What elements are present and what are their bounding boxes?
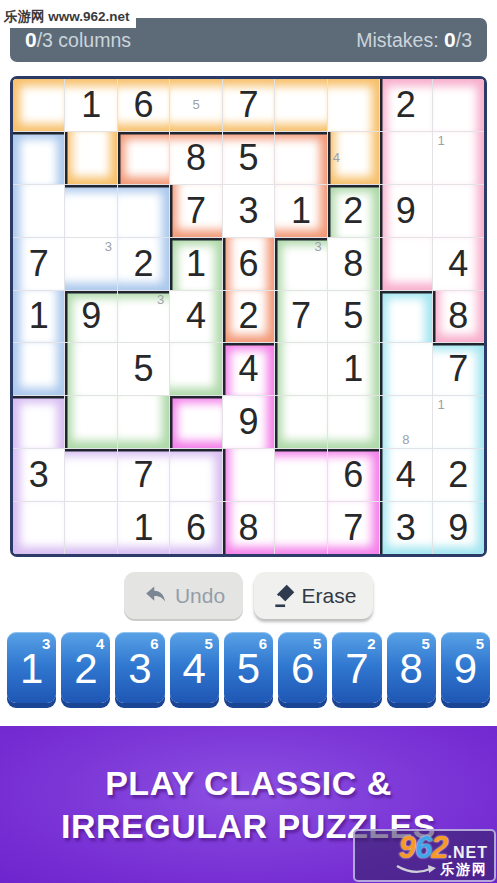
cell-r2c4[interactable]: 8 <box>170 132 221 184</box>
given-digit: 7 <box>448 351 468 387</box>
pencil-mark: 3 <box>152 291 169 308</box>
given-digit: 4 <box>238 351 258 387</box>
cell-r3c9[interactable] <box>433 185 484 237</box>
cell-r3c2[interactable] <box>65 185 116 237</box>
eraser-icon <box>271 583 297 609</box>
cell-r5c6[interactable]: 7 <box>275 291 326 343</box>
pencil-mark: 4 <box>328 149 345 166</box>
given-digit: 1 <box>81 87 101 123</box>
columns-progress-suffix: /3 columns <box>37 29 131 51</box>
cell-r1c6[interactable] <box>275 79 326 131</box>
numpad-remaining-count: 4 <box>96 635 104 652</box>
cell-r9c5[interactable]: 8 <box>223 502 274 554</box>
cell-r4c7[interactable]: 8 <box>328 238 379 290</box>
cell-r3c8[interactable]: 9 <box>380 185 431 237</box>
cell-r4c4[interactable]: 1 <box>170 238 221 290</box>
given-digit: 9 <box>81 298 101 334</box>
cell-r7c2[interactable] <box>65 396 116 448</box>
given-digit: 9 <box>238 404 258 440</box>
mistakes-suffix: /3 <box>456 29 472 51</box>
numpad-8-button[interactable]: 85 <box>387 632 436 703</box>
given-digit: 4 <box>186 298 206 334</box>
cell-r4c1[interactable]: 7 <box>13 238 64 290</box>
cell-r6c9[interactable]: 7 <box>433 343 484 395</box>
given-digit: 7 <box>134 457 154 493</box>
cell-r3c3[interactable] <box>118 185 169 237</box>
cell-r5c7[interactable]: 5 <box>328 291 379 343</box>
given-digit: 7 <box>186 193 206 229</box>
cell-r3c6[interactable]: 1 <box>275 185 326 237</box>
cell-r9c8[interactable]: 3 <box>380 502 431 554</box>
cell-r9c9[interactable]: 9 <box>433 502 484 554</box>
swoosh-arrow-icon <box>395 863 437 876</box>
cell-r6c7[interactable]: 1 <box>328 343 379 395</box>
cell-r5c9[interactable]: 8 <box>433 291 484 343</box>
given-digit: 2 <box>238 298 258 334</box>
given-digit: 7 <box>291 298 311 334</box>
cell-r9c2[interactable] <box>65 502 116 554</box>
cell-r7c7[interactable] <box>328 396 379 448</box>
undo-icon <box>142 582 170 610</box>
numpad-remaining-count: 5 <box>313 635 321 652</box>
given-digit: 5 <box>343 298 363 334</box>
cell-r8c5[interactable] <box>223 449 274 501</box>
cell-r4c6[interactable]: 3 <box>275 238 326 290</box>
cell-r8c1[interactable]: 3 <box>13 449 64 501</box>
undo-button[interactable]: Undo <box>124 572 243 619</box>
columns-progress: 0/3 columns <box>25 28 131 52</box>
watermark-badge: 962.NET 乐游网 <box>353 829 496 882</box>
cell-r2c7[interactable]: 4 <box>328 132 379 184</box>
cell-r6c8[interactable] <box>380 343 431 395</box>
cell-r2c8[interactable] <box>380 132 431 184</box>
numpad-remaining-count: 6 <box>150 635 158 652</box>
erase-label: Erase <box>302 585 357 606</box>
cell-r4c8[interactable] <box>380 238 431 290</box>
given-digit: 9 <box>396 193 416 229</box>
cell-r7c5[interactable]: 9 <box>223 396 274 448</box>
cell-r1c7[interactable] <box>328 79 379 131</box>
given-digit: 6 <box>186 510 206 546</box>
cell-r9c1[interactable] <box>13 502 64 554</box>
given-digit: 4 <box>448 246 468 282</box>
cell-r1c4[interactable]: 5 <box>170 79 221 131</box>
cell-r6c3[interactable]: 5 <box>118 343 169 395</box>
cell-r2c9[interactable]: 1 <box>433 132 484 184</box>
cell-r5c8[interactable] <box>380 291 431 343</box>
sudoku-grid: 1657285417312973216384193427585417981376… <box>13 79 484 554</box>
number-pad: 132436455665728595 <box>0 632 497 703</box>
given-digit: 2 <box>448 457 468 493</box>
cell-r8c2[interactable] <box>65 449 116 501</box>
given-digit: 1 <box>186 246 206 282</box>
numpad-9-button[interactable]: 95 <box>441 632 490 703</box>
cell-r5c2[interactable]: 9 <box>65 291 116 343</box>
badge-site-name: 乐游网 <box>440 862 488 877</box>
given-digit: 1 <box>29 298 49 334</box>
cell-r6c4[interactable] <box>170 343 221 395</box>
given-digit: 4 <box>396 457 416 493</box>
given-digit: 3 <box>238 193 258 229</box>
cell-r2c5[interactable]: 5 <box>223 132 274 184</box>
cell-r9c6[interactable] <box>275 502 326 554</box>
given-digit: 6 <box>238 246 258 282</box>
cell-r5c3[interactable]: 3 <box>118 291 169 343</box>
given-digit: 6 <box>134 87 154 123</box>
given-digit: 7 <box>29 246 49 282</box>
cell-r6c1[interactable] <box>13 343 64 395</box>
undo-label: Undo <box>175 585 225 606</box>
erase-button[interactable]: Erase <box>254 572 373 619</box>
given-digit: 7 <box>238 87 258 123</box>
cell-r8c4[interactable] <box>170 449 221 501</box>
numpad-remaining-count: 5 <box>421 635 429 652</box>
cell-r7c6[interactable] <box>275 396 326 448</box>
cell-r8c6[interactable] <box>275 449 326 501</box>
given-digit: 1 <box>343 351 363 387</box>
cell-r3c7[interactable]: 2 <box>328 185 379 237</box>
cell-r2c3[interactable] <box>118 132 169 184</box>
cell-r7c1[interactable] <box>13 396 64 448</box>
pencil-mark: 8 <box>397 431 414 448</box>
cell-r3c1[interactable] <box>13 185 64 237</box>
numpad-2-button[interactable]: 24 <box>61 632 110 703</box>
badge-tld: .NET <box>448 844 488 862</box>
cell-r3c4[interactable]: 7 <box>170 185 221 237</box>
cell-r7c3[interactable] <box>118 396 169 448</box>
cell-r6c5[interactable]: 4 <box>223 343 274 395</box>
numpad-remaining-count: 6 <box>259 635 267 652</box>
cell-r2c2[interactable] <box>65 132 116 184</box>
cell-r1c9[interactable] <box>433 79 484 131</box>
numpad-5-button[interactable]: 56 <box>224 632 273 703</box>
cell-r8c8[interactable]: 4 <box>380 449 431 501</box>
given-digit: 3 <box>29 457 49 493</box>
promo-banner[interactable]: PLAY CLASSIC & IRREGULAR PUZZLES 962.NET… <box>0 726 497 883</box>
cell-r1c2[interactable]: 1 <box>65 79 116 131</box>
given-digit: 8 <box>186 140 206 176</box>
numpad-1-button[interactable]: 13 <box>7 632 56 703</box>
cell-r1c3[interactable]: 6 <box>118 79 169 131</box>
pencil-mark: 1 <box>433 132 450 149</box>
cell-r9c3[interactable]: 1 <box>118 502 169 554</box>
cell-r3c5[interactable]: 3 <box>223 185 274 237</box>
cell-r1c5[interactable]: 7 <box>223 79 274 131</box>
cell-r2c1[interactable] <box>13 132 64 184</box>
given-digit: 7 <box>343 510 363 546</box>
given-digit: 2 <box>396 87 416 123</box>
given-digit: 2 <box>134 246 154 282</box>
given-digit: 8 <box>343 246 363 282</box>
given-digit: 8 <box>448 298 468 334</box>
given-digit: 1 <box>134 510 154 546</box>
pencil-mark: 1 <box>433 396 450 413</box>
cell-r8c3[interactable]: 7 <box>118 449 169 501</box>
cell-r6c6[interactable] <box>275 343 326 395</box>
cell-r4c3[interactable]: 2 <box>118 238 169 290</box>
numpad-3-button[interactable]: 36 <box>115 632 164 703</box>
pencil-mark: 3 <box>100 238 117 255</box>
given-digit: 5 <box>134 351 154 387</box>
numpad-remaining-count: 2 <box>367 635 375 652</box>
numpad-remaining-count: 5 <box>476 635 484 652</box>
pencil-mark: 3 <box>309 238 326 255</box>
columns-progress-value: 0 <box>25 28 37 51</box>
sudoku-board: 1657285417312973216384193427585417981376… <box>10 76 487 557</box>
cell-r5c1[interactable]: 1 <box>13 291 64 343</box>
banner-line1: PLAY CLASSIC & <box>105 762 392 805</box>
cell-r7c9[interactable]: 1 <box>433 396 484 448</box>
given-digit: 3 <box>396 510 416 546</box>
cell-r8c9[interactable]: 2 <box>433 449 484 501</box>
badge-site-row: 乐游网 <box>395 862 488 877</box>
cell-r4c9[interactable]: 4 <box>433 238 484 290</box>
watermark-site-text: 乐游网 www.962.net <box>4 7 136 28</box>
given-digit: 2 <box>343 193 363 229</box>
cell-r1c8[interactable]: 2 <box>380 79 431 131</box>
mistakes-counter: Mistakes: 0/3 <box>356 28 472 52</box>
cell-r4c2[interactable]: 3 <box>65 238 116 290</box>
mistakes-label: Mistakes: <box>356 29 444 51</box>
numpad-7-button[interactable]: 72 <box>332 632 381 703</box>
cell-r4c5[interactable]: 6 <box>223 238 274 290</box>
given-digit: 1 <box>291 193 311 229</box>
given-digit: 5 <box>238 140 258 176</box>
numpad-remaining-count: 5 <box>205 635 213 652</box>
cell-r5c4[interactable]: 4 <box>170 291 221 343</box>
numpad-4-button[interactable]: 45 <box>170 632 219 703</box>
given-digit: 8 <box>238 510 258 546</box>
given-digit: 6 <box>343 457 363 493</box>
numpad-6-button[interactable]: 65 <box>278 632 327 703</box>
cell-r7c8[interactable]: 8 <box>380 396 431 448</box>
pencil-mark: 5 <box>187 96 204 113</box>
cell-r5c5[interactable]: 2 <box>223 291 274 343</box>
numpad-remaining-count: 3 <box>42 635 50 652</box>
cell-r1c1[interactable] <box>13 79 64 131</box>
cell-r2c6[interactable] <box>275 132 326 184</box>
cell-r8c7[interactable]: 6 <box>328 449 379 501</box>
cell-r9c7[interactable]: 7 <box>328 502 379 554</box>
badge-logo: 962.NET <box>399 832 488 863</box>
toolbar: Undo Erase <box>0 572 497 619</box>
mistakes-value: 0 <box>444 28 456 51</box>
given-digit: 9 <box>448 510 468 546</box>
cell-r6c2[interactable] <box>65 343 116 395</box>
badge-number: 962 <box>399 832 448 863</box>
cell-r7c4[interactable] <box>170 396 221 448</box>
cell-r9c4[interactable]: 6 <box>170 502 221 554</box>
